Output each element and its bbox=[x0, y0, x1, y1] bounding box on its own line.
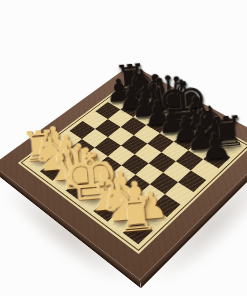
square-h1: ♜ bbox=[123, 219, 153, 244]
board-pinstripe: ♜♞♝♛♚♝♞♜♟♟♟♟♟♟♟♟♟♟♟♟♟♟♟♟♜♞♝♛♚♝♞♜ bbox=[21, 80, 247, 251]
camera-roll-wrapper: ♜♞♝♛♚♝♞♜♟♟♟♟♟♟♟♟♟♟♟♟♟♟♟♟♜♞♝♛♚♝♞♜ bbox=[0, 0, 247, 296]
board-border-band: ♜♞♝♛♚♝♞♜♟♟♟♟♟♟♟♟♟♟♟♟♟♟♟♟♜♞♝♛♚♝♞♜ bbox=[18, 79, 247, 254]
chess-board: ♜♞♝♛♚♝♞♜♟♟♟♟♟♟♟♟♟♟♟♟♟♟♟♟♜♞♝♛♚♝♞♜ bbox=[0, 64, 247, 279]
board-frame: ♜♞♝♛♚♝♞♜♟♟♟♟♟♟♟♟♟♟♟♟♟♟♟♟♜♞♝♛♚♝♞♜ bbox=[0, 64, 247, 279]
chess-set-product-photo: ♜♞♝♛♚♝♞♜♟♟♟♟♟♟♟♟♟♟♟♟♟♟♟♟♜♞♝♛♚♝♞♜ bbox=[0, 0, 247, 296]
camera-perspective-wrapper: ♜♞♝♛♚♝♞♜♟♟♟♟♟♟♟♟♟♟♟♟♟♟♟♟♜♞♝♛♚♝♞♜ bbox=[0, 0, 247, 296]
